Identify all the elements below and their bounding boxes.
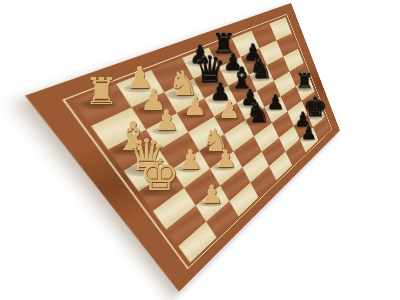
piece-white-king-e1[interactable]: ♚: [140, 153, 179, 197]
piece-black-pawn-h7[interactable]: ♟: [301, 124, 317, 142]
piece-black-rook-e8[interactable]: ♜: [295, 71, 314, 92]
piece-white-pawn-e2[interactable]: ♟: [178, 146, 202, 173]
photo-stage: ♜♚♟♟♟♞♟♜♟♝♟♞♟♛♟♟♞♟♞♟♟♟♟♟♟♜♝♛♚ Wooden che…: [0, 0, 400, 300]
piece-white-pawn-g2[interactable]: ♟: [201, 182, 223, 207]
piece-white-pawn-c3[interactable]: ♟: [184, 93, 207, 119]
piece-white-rook-a1[interactable]: ♜: [85, 73, 118, 110]
piece-black-knight-e5[interactable]: ♞: [246, 99, 270, 126]
piece-white-pawn-d4[interactable]: ♟: [219, 98, 241, 122]
piece-white-pawn-f3[interactable]: ♟: [215, 147, 237, 171]
